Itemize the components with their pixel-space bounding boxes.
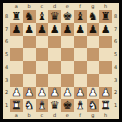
square-g4[interactable] bbox=[87, 61, 100, 74]
piece-white-pawn: ♟ bbox=[37, 87, 47, 98]
file-label: h bbox=[99, 112, 112, 119]
piece-black-rook: ♜ bbox=[11, 10, 21, 21]
square-g5[interactable] bbox=[87, 48, 100, 61]
square-h7[interactable]: ♟ bbox=[99, 23, 112, 36]
square-b3[interactable] bbox=[23, 74, 36, 87]
piece-black-queen: ♛ bbox=[50, 10, 60, 21]
rank-label: 8 bbox=[3, 10, 10, 23]
square-a3[interactable] bbox=[10, 74, 23, 87]
rank-labels-right: 87654321 bbox=[112, 10, 119, 112]
file-label: f bbox=[74, 3, 87, 10]
piece-black-pawn: ♟ bbox=[75, 23, 85, 34]
piece-black-knight: ♞ bbox=[24, 10, 34, 21]
piece-white-pawn: ♟ bbox=[88, 87, 98, 98]
board-frame: abcdefgh 87654321 ♜♞♝♛♚♝♞♜♟♟♟♟♟♟♟♟♟♟♟♟♟♟… bbox=[3, 3, 119, 119]
square-c5[interactable] bbox=[36, 48, 49, 61]
piece-white-rook: ♜ bbox=[101, 100, 111, 111]
square-b2[interactable]: ♟ bbox=[23, 87, 36, 100]
file-label: g bbox=[87, 3, 100, 10]
rank-label: 3 bbox=[112, 74, 119, 87]
square-b5[interactable] bbox=[23, 48, 36, 61]
rank-label: 5 bbox=[112, 48, 119, 61]
piece-black-pawn: ♟ bbox=[50, 23, 60, 34]
square-h4[interactable] bbox=[99, 61, 112, 74]
rank-label: 6 bbox=[112, 36, 119, 49]
rank-label: 1 bbox=[112, 99, 119, 112]
file-labels-bottom: abcdefgh bbox=[10, 112, 112, 119]
square-d2[interactable]: ♟ bbox=[48, 87, 61, 100]
square-d8[interactable]: ♛ bbox=[48, 10, 61, 23]
square-a7[interactable]: ♟ bbox=[10, 23, 23, 36]
square-b4[interactable] bbox=[23, 61, 36, 74]
square-d4[interactable] bbox=[48, 61, 61, 74]
file-label: e bbox=[61, 3, 74, 10]
piece-white-rook: ♜ bbox=[11, 100, 21, 111]
square-f2[interactable]: ♟ bbox=[74, 87, 87, 100]
square-d5[interactable] bbox=[48, 48, 61, 61]
piece-white-pawn: ♟ bbox=[11, 87, 21, 98]
piece-black-king: ♚ bbox=[62, 100, 72, 111]
piece-white-knight: ♞ bbox=[88, 100, 98, 111]
file-label: f bbox=[74, 112, 87, 119]
square-e7[interactable]: ♟ bbox=[61, 23, 74, 36]
square-e4[interactable] bbox=[61, 61, 74, 74]
rank-label: 8 bbox=[112, 10, 119, 23]
piece-white-pawn: ♟ bbox=[101, 87, 111, 98]
file-label: g bbox=[87, 112, 100, 119]
square-g2[interactable]: ♟ bbox=[87, 87, 100, 100]
square-f4[interactable] bbox=[74, 61, 87, 74]
rank-labels-left: 87654321 bbox=[3, 10, 10, 112]
piece-black-queen: ♛ bbox=[50, 100, 60, 111]
file-label: d bbox=[48, 112, 61, 119]
chess-board: ♜♞♝♛♚♝♞♜♟♟♟♟♟♟♟♟♟♟♟♟♟♟♟♟♜♞♝♛♚♝♞♜ bbox=[10, 10, 112, 112]
file-label: c bbox=[36, 3, 49, 10]
square-f5[interactable] bbox=[74, 48, 87, 61]
piece-white-pawn: ♟ bbox=[62, 87, 72, 98]
square-b7[interactable]: ♟ bbox=[23, 23, 36, 36]
rank-label: 7 bbox=[112, 23, 119, 36]
frame-corner bbox=[3, 112, 10, 119]
file-label: b bbox=[23, 112, 36, 119]
rank-label: 5 bbox=[3, 48, 10, 61]
rank-label: 1 bbox=[3, 99, 10, 112]
square-h1[interactable]: ♜ bbox=[99, 99, 112, 112]
square-g1[interactable]: ♞ bbox=[87, 99, 100, 112]
rank-label: 4 bbox=[3, 61, 10, 74]
square-h8[interactable]: ♜ bbox=[99, 10, 112, 23]
piece-black-rook: ♜ bbox=[101, 10, 111, 21]
square-a8[interactable]: ♜ bbox=[10, 10, 23, 23]
piece-white-bishop: ♝ bbox=[37, 100, 47, 111]
square-e2[interactable]: ♟ bbox=[61, 87, 74, 100]
square-h6[interactable] bbox=[99, 36, 112, 49]
file-labels-top: abcdefgh bbox=[10, 3, 112, 10]
square-d3[interactable] bbox=[48, 74, 61, 87]
square-c6[interactable] bbox=[36, 36, 49, 49]
piece-black-bishop: ♝ bbox=[75, 10, 85, 21]
piece-black-bishop: ♝ bbox=[37, 10, 47, 21]
square-e6[interactable] bbox=[61, 36, 74, 49]
piece-white-pawn: ♟ bbox=[75, 87, 85, 98]
file-label: e bbox=[61, 112, 74, 119]
square-h5[interactable] bbox=[99, 48, 112, 61]
square-f3[interactable] bbox=[74, 74, 87, 87]
piece-black-pawn: ♟ bbox=[62, 23, 72, 34]
square-e8[interactable]: ♚ bbox=[61, 10, 74, 23]
file-label: h bbox=[99, 3, 112, 10]
piece-white-bishop: ♝ bbox=[75, 100, 85, 111]
square-e1[interactable]: ♚ bbox=[61, 99, 74, 112]
square-c3[interactable] bbox=[36, 74, 49, 87]
rank-label: 7 bbox=[3, 23, 10, 36]
file-label: d bbox=[48, 3, 61, 10]
square-a2[interactable]: ♟ bbox=[10, 87, 23, 100]
square-h2[interactable]: ♟ bbox=[99, 87, 112, 100]
square-c4[interactable] bbox=[36, 61, 49, 74]
square-f1[interactable]: ♝ bbox=[74, 99, 87, 112]
square-f6[interactable] bbox=[74, 36, 87, 49]
frame-corner bbox=[3, 3, 10, 10]
frame-corner bbox=[112, 3, 119, 10]
frame-corner bbox=[112, 112, 119, 119]
piece-black-king: ♚ bbox=[62, 10, 72, 21]
square-a6[interactable] bbox=[10, 36, 23, 49]
chess-diagram: abcdefgh 87654321 ♜♞♝♛♚♝♞♜♟♟♟♟♟♟♟♟♟♟♟♟♟♟… bbox=[0, 0, 122, 122]
piece-black-pawn: ♟ bbox=[101, 23, 111, 34]
square-b8[interactable]: ♞ bbox=[23, 10, 36, 23]
square-d1[interactable]: ♛ bbox=[48, 99, 61, 112]
rank-label: 4 bbox=[112, 61, 119, 74]
square-e5[interactable] bbox=[61, 48, 74, 61]
square-h3[interactable] bbox=[99, 74, 112, 87]
square-c2[interactable]: ♟ bbox=[36, 87, 49, 100]
square-c7[interactable]: ♟ bbox=[36, 23, 49, 36]
square-c1[interactable]: ♝ bbox=[36, 99, 49, 112]
rank-label: 3 bbox=[3, 74, 10, 87]
square-g6[interactable] bbox=[87, 36, 100, 49]
piece-white-knight: ♞ bbox=[24, 100, 34, 111]
square-c8[interactable]: ♝ bbox=[36, 10, 49, 23]
piece-white-pawn: ♟ bbox=[24, 87, 34, 98]
square-b6[interactable] bbox=[23, 36, 36, 49]
square-a1[interactable]: ♜ bbox=[10, 99, 23, 112]
file-label: c bbox=[36, 112, 49, 119]
piece-black-pawn: ♟ bbox=[88, 23, 98, 34]
square-f7[interactable]: ♟ bbox=[74, 23, 87, 36]
rank-label: 2 bbox=[112, 87, 119, 100]
square-a5[interactable] bbox=[10, 48, 23, 61]
square-f8[interactable]: ♝ bbox=[74, 10, 87, 23]
file-label: a bbox=[10, 3, 23, 10]
square-g3[interactable] bbox=[87, 74, 100, 87]
piece-black-knight: ♞ bbox=[88, 10, 98, 21]
rank-label: 6 bbox=[3, 36, 10, 49]
piece-black-pawn: ♟ bbox=[24, 23, 34, 34]
square-d7[interactable]: ♟ bbox=[48, 23, 61, 36]
square-e3[interactable] bbox=[61, 74, 74, 87]
square-g8[interactable]: ♞ bbox=[87, 10, 100, 23]
file-label: b bbox=[23, 3, 36, 10]
square-d6[interactable] bbox=[48, 36, 61, 49]
file-label: a bbox=[10, 112, 23, 119]
rank-label: 2 bbox=[3, 87, 10, 100]
square-g7[interactable]: ♟ bbox=[87, 23, 100, 36]
piece-white-pawn: ♟ bbox=[50, 87, 60, 98]
piece-black-pawn: ♟ bbox=[11, 23, 21, 34]
square-b1[interactable]: ♞ bbox=[23, 99, 36, 112]
piece-black-pawn: ♟ bbox=[37, 23, 47, 34]
square-a4[interactable] bbox=[10, 61, 23, 74]
